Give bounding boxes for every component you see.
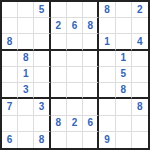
cell-r6c2[interactable]: 3 [18,83,34,99]
cell-r2c8[interactable] [116,18,132,34]
cell-r6c8[interactable]: 8 [116,83,132,99]
cell-r8c5[interactable]: 2 [67,116,83,132]
cell-r7c8[interactable] [116,99,132,115]
cell-r2c9[interactable] [132,18,148,34]
sudoku-board: 582268814811538738826689 [0,0,150,150]
cell-r5c7[interactable] [99,67,115,83]
cell-r6c9[interactable] [132,83,148,99]
cell-r9c2[interactable] [18,132,34,148]
cell-r5c2[interactable]: 1 [18,67,34,83]
cell-r7c3[interactable]: 3 [34,99,50,115]
cell-r6c5[interactable] [67,83,83,99]
cell-r7c5[interactable] [67,99,83,115]
cell-r8c8[interactable] [116,116,132,132]
cell-r6c7[interactable] [99,83,115,99]
cell-r7c4[interactable] [51,99,67,115]
cell-r9c7[interactable]: 9 [99,132,115,148]
cell-r1c7[interactable]: 8 [99,2,115,18]
cell-r4c6[interactable] [83,51,99,67]
cell-r6c1[interactable] [2,83,18,99]
cell-r5c6[interactable] [83,67,99,83]
cell-r8c9[interactable] [132,116,148,132]
cell-r9c5[interactable] [67,132,83,148]
cell-r9c9[interactable] [132,132,148,148]
cell-r3c9[interactable]: 4 [132,34,148,50]
cell-r2c1[interactable] [2,18,18,34]
cell-r8c1[interactable] [2,116,18,132]
cell-r5c4[interactable] [51,67,67,83]
cell-r2c7[interactable] [99,18,115,34]
cell-r5c8[interactable]: 5 [116,67,132,83]
cell-r7c6[interactable] [83,99,99,115]
cell-r7c7[interactable] [99,99,115,115]
cell-r2c6[interactable]: 8 [83,18,99,34]
cell-r5c3[interactable] [34,67,50,83]
cell-r7c2[interactable] [18,99,34,115]
cell-r4c2[interactable]: 8 [18,51,34,67]
cell-r1c3[interactable]: 5 [34,2,50,18]
cell-r9c1[interactable]: 6 [2,132,18,148]
cell-r2c5[interactable]: 6 [67,18,83,34]
cell-r6c4[interactable] [51,83,67,99]
cell-r3c7[interactable]: 1 [99,34,115,50]
cell-r8c2[interactable] [18,116,34,132]
cell-r9c8[interactable] [116,132,132,148]
cell-r4c4[interactable] [51,51,67,67]
cell-r5c1[interactable] [2,67,18,83]
cell-r1c1[interactable] [2,2,18,18]
cell-r3c5[interactable] [67,34,83,50]
cell-r8c6[interactable]: 6 [83,116,99,132]
cell-r2c2[interactable] [18,18,34,34]
cell-r8c4[interactable]: 8 [51,116,67,132]
cell-r7c9[interactable]: 8 [132,99,148,115]
cell-r3c1[interactable]: 8 [2,34,18,50]
cell-r1c8[interactable] [116,2,132,18]
cell-r6c6[interactable] [83,83,99,99]
cell-r5c5[interactable] [67,67,83,83]
cell-r6c3[interactable] [34,83,50,99]
cell-r3c3[interactable] [34,34,50,50]
cell-r1c2[interactable] [18,2,34,18]
cell-r9c6[interactable] [83,132,99,148]
cell-r4c3[interactable] [34,51,50,67]
cell-r5c9[interactable] [132,67,148,83]
cell-r4c7[interactable] [99,51,115,67]
cell-r2c4[interactable]: 2 [51,18,67,34]
cell-r3c2[interactable] [18,34,34,50]
cell-r8c7[interactable] [99,116,115,132]
cell-r1c9[interactable]: 2 [132,2,148,18]
cell-r4c8[interactable]: 1 [116,51,132,67]
cell-r9c3[interactable]: 8 [34,132,50,148]
cell-r1c4[interactable] [51,2,67,18]
cell-r3c8[interactable] [116,34,132,50]
cell-r7c1[interactable]: 7 [2,99,18,115]
cell-r1c6[interactable] [83,2,99,18]
cell-r8c3[interactable] [34,116,50,132]
cell-r1c5[interactable] [67,2,83,18]
cell-r9c4[interactable] [51,132,67,148]
cell-r3c4[interactable] [51,34,67,50]
cell-r4c5[interactable] [67,51,83,67]
cell-r2c3[interactable] [34,18,50,34]
cell-r4c1[interactable] [2,51,18,67]
cell-r4c9[interactable] [132,51,148,67]
cell-r3c6[interactable] [83,34,99,50]
